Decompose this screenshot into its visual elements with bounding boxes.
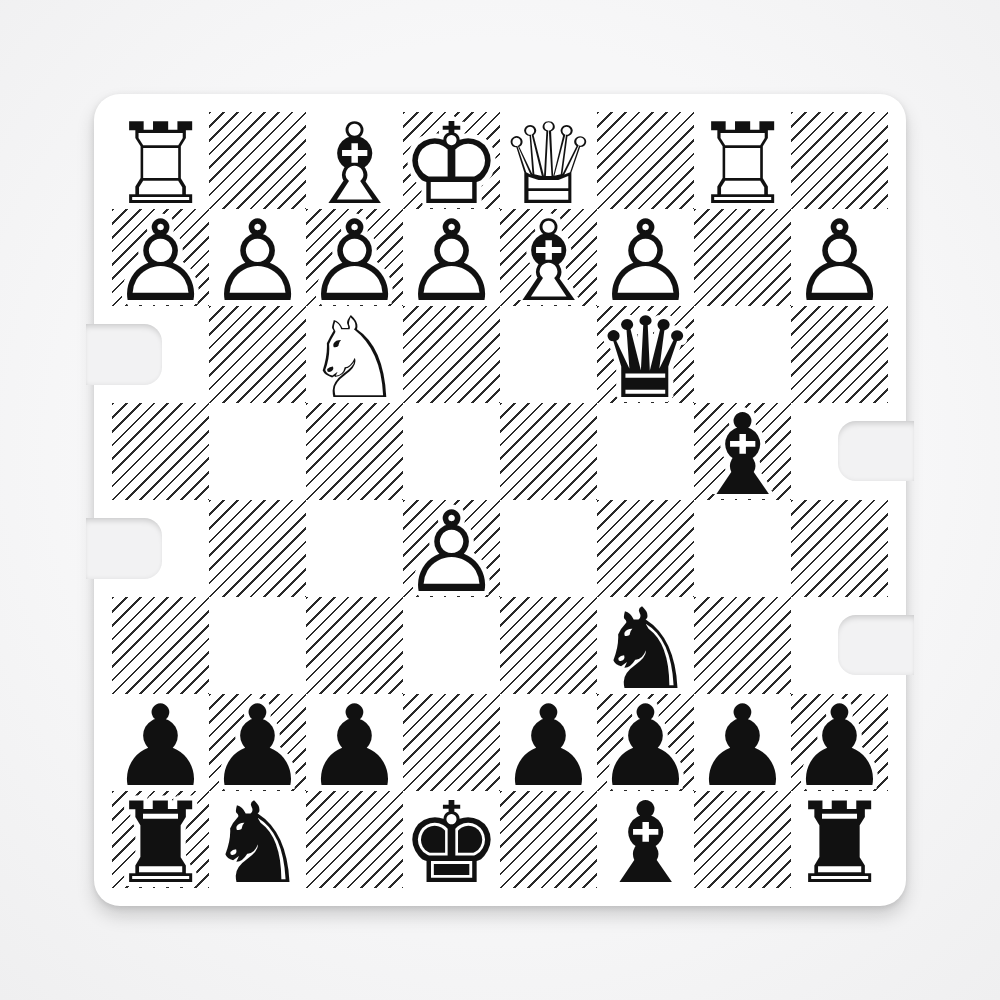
square-c8: ♝♝ — [597, 791, 694, 888]
square-b6 — [694, 597, 791, 694]
square-b4: ♝♝ — [694, 403, 791, 500]
white-pawn: ♙ — [403, 212, 500, 309]
piece-halo: ♞ — [306, 309, 403, 406]
square-g5 — [209, 500, 306, 597]
piece-halo: ♟ — [403, 503, 500, 600]
black-queen: ♛ — [597, 309, 694, 406]
square-c6: ♞♞ — [597, 597, 694, 694]
black-pawn: ♟ — [791, 697, 888, 794]
square-e6 — [403, 597, 500, 694]
sticker-notch-right-rank6 — [838, 615, 914, 675]
square-f6 — [306, 597, 403, 694]
square-g4 — [209, 403, 306, 500]
piece-halo: ♟ — [403, 212, 500, 309]
square-g6 — [209, 597, 306, 694]
black-pawn: ♟ — [112, 697, 209, 794]
page-background: ♜♖♝♗♚♔♛♕♜♖♟♙♟♙♟♙♟♙♝♗♟♙♟♙♞♘♛♛♝♝♟♙♞♞♟♟♟♟♟♟… — [0, 0, 1000, 1000]
piece-halo: ♜ — [694, 115, 791, 212]
square-h1: ♜♖ — [112, 112, 209, 209]
square-e5: ♟♙ — [403, 500, 500, 597]
square-b3 — [694, 306, 791, 403]
sticker-notch-left-rank3 — [86, 324, 162, 385]
black-rook: ♜ — [112, 794, 209, 891]
white-bishop: ♗ — [500, 212, 597, 309]
piece-halo: ♝ — [306, 115, 403, 212]
square-d5 — [500, 500, 597, 597]
square-c2: ♟♙ — [597, 209, 694, 306]
square-b8 — [694, 791, 791, 888]
white-pawn: ♙ — [209, 212, 306, 309]
square-a7: ♟♟ — [791, 694, 888, 791]
piece-halo: ♟ — [791, 697, 888, 794]
square-h8: ♜♜ — [112, 791, 209, 888]
square-d1: ♛♕ — [500, 112, 597, 209]
piece-halo: ♜ — [112, 794, 209, 891]
square-c7: ♟♟ — [597, 694, 694, 791]
square-a1 — [791, 112, 888, 209]
black-pawn: ♟ — [597, 697, 694, 794]
square-c1 — [597, 112, 694, 209]
square-g2: ♟♙ — [209, 209, 306, 306]
square-a2: ♟♙ — [791, 209, 888, 306]
square-a8: ♜♜ — [791, 791, 888, 888]
square-e1: ♚♔ — [403, 112, 500, 209]
black-rook: ♜ — [791, 794, 888, 891]
square-f4 — [306, 403, 403, 500]
white-pawn: ♙ — [791, 212, 888, 309]
square-f2: ♟♙ — [306, 209, 403, 306]
square-b5 — [694, 500, 791, 597]
piece-halo: ♟ — [500, 697, 597, 794]
square-g7: ♟♟ — [209, 694, 306, 791]
square-f8 — [306, 791, 403, 888]
square-g3 — [209, 306, 306, 403]
square-h4 — [112, 403, 209, 500]
square-f1: ♝♗ — [306, 112, 403, 209]
piece-halo: ♟ — [112, 697, 209, 794]
square-d3 — [500, 306, 597, 403]
piece-halo: ♟ — [112, 212, 209, 309]
piece-halo: ♟ — [209, 697, 306, 794]
square-c5 — [597, 500, 694, 597]
square-g8: ♞♞ — [209, 791, 306, 888]
square-f7: ♟♟ — [306, 694, 403, 791]
square-e2: ♟♙ — [403, 209, 500, 306]
piece-halo: ♝ — [500, 212, 597, 309]
piece-halo: ♟ — [597, 697, 694, 794]
piece-halo: ♞ — [209, 794, 306, 891]
square-d6 — [500, 597, 597, 694]
white-king: ♔ — [403, 115, 500, 212]
square-a3 — [791, 306, 888, 403]
piece-halo: ♟ — [306, 697, 403, 794]
white-rook: ♖ — [694, 115, 791, 212]
piece-halo: ♟ — [597, 212, 694, 309]
white-pawn: ♙ — [306, 212, 403, 309]
black-king: ♚ — [403, 794, 500, 891]
piece-halo: ♟ — [209, 212, 306, 309]
black-pawn: ♟ — [694, 697, 791, 794]
square-h7: ♟♟ — [112, 694, 209, 791]
white-bishop: ♗ — [306, 115, 403, 212]
piece-halo: ♛ — [500, 115, 597, 212]
white-rook: ♖ — [112, 115, 209, 212]
square-e8: ♚♚ — [403, 791, 500, 888]
square-h2: ♟♙ — [112, 209, 209, 306]
square-e7 — [403, 694, 500, 791]
square-h6 — [112, 597, 209, 694]
piece-halo: ♞ — [597, 600, 694, 697]
piece-halo: ♟ — [306, 212, 403, 309]
black-pawn: ♟ — [306, 697, 403, 794]
square-b2 — [694, 209, 791, 306]
piece-halo: ♝ — [694, 406, 791, 503]
white-pawn: ♙ — [403, 503, 500, 600]
square-b1: ♜♖ — [694, 112, 791, 209]
square-g1 — [209, 112, 306, 209]
sticker-notch-left-rank5 — [86, 518, 162, 579]
black-knight: ♞ — [209, 794, 306, 891]
square-f5 — [306, 500, 403, 597]
sticker-notch-right-rank4 — [838, 421, 914, 481]
white-queen: ♕ — [500, 115, 597, 212]
black-pawn: ♟ — [209, 697, 306, 794]
black-bishop: ♝ — [694, 406, 791, 503]
white-pawn: ♙ — [112, 212, 209, 309]
square-f3: ♞♘ — [306, 306, 403, 403]
square-d4 — [500, 403, 597, 500]
piece-halo: ♚ — [403, 115, 500, 212]
white-knight: ♘ — [306, 309, 403, 406]
square-c4 — [597, 403, 694, 500]
square-d8 — [500, 791, 597, 888]
piece-halo: ♜ — [112, 115, 209, 212]
piece-halo: ♛ — [597, 309, 694, 406]
black-pawn: ♟ — [500, 697, 597, 794]
square-b7: ♟♟ — [694, 694, 791, 791]
square-d2: ♝♗ — [500, 209, 597, 306]
square-e4 — [403, 403, 500, 500]
square-a5 — [791, 500, 888, 597]
piece-halo: ♜ — [791, 794, 888, 891]
chess-board: ♜♖♝♗♚♔♛♕♜♖♟♙♟♙♟♙♟♙♝♗♟♙♟♙♞♘♛♛♝♝♟♙♞♞♟♟♟♟♟♟… — [112, 112, 888, 888]
white-pawn: ♙ — [597, 212, 694, 309]
square-e3 — [403, 306, 500, 403]
black-knight: ♞ — [597, 600, 694, 697]
square-c3: ♛♛ — [597, 306, 694, 403]
piece-halo: ♝ — [597, 794, 694, 891]
black-bishop: ♝ — [597, 794, 694, 891]
piece-halo: ♚ — [403, 794, 500, 891]
piece-halo: ♟ — [694, 697, 791, 794]
square-d7: ♟♟ — [500, 694, 597, 791]
piece-halo: ♟ — [791, 212, 888, 309]
